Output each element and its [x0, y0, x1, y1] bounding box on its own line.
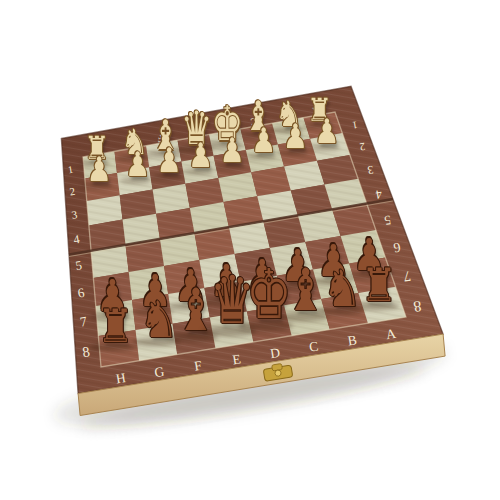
piece-black-rook-h8[interactable]: ♜	[95, 304, 136, 350]
piece-white-pawn-h2[interactable]: ♟	[85, 153, 113, 187]
piece-glyph: ♟	[250, 125, 278, 159]
piece-glyph: ♟	[313, 115, 341, 149]
piece-white-pawn-b2[interactable]: ♟	[281, 120, 309, 154]
piece-glyph: ♟	[85, 153, 113, 187]
piece-black-rook-a8[interactable]: ♜	[359, 263, 400, 309]
piece-glyph: ♟	[218, 134, 246, 168]
product-photo-stage: 1122334455667788HHGGFFEEDDCCBBAA ♜♞♝♛♚♝♞…	[0, 0, 500, 500]
piece-white-pawn-a2[interactable]: ♟	[313, 115, 341, 149]
piece-white-pawn-c2[interactable]: ♟	[250, 125, 278, 159]
piece-white-pawn-e2[interactable]: ♟	[187, 139, 215, 173]
piece-glyph: ♟	[124, 149, 152, 183]
piece-white-pawn-d2[interactable]: ♟	[218, 134, 246, 168]
piece-white-pawn-g2[interactable]: ♟	[124, 149, 152, 183]
piece-white-pawn-f2[interactable]: ♟	[155, 144, 183, 178]
piece-glyph: ♟	[281, 120, 309, 154]
piece-glyph: ♜	[95, 304, 136, 350]
piece-glyph: ♟	[187, 139, 215, 173]
piece-glyph: ♟	[155, 144, 183, 178]
piece-glyph: ♜	[359, 263, 400, 309]
